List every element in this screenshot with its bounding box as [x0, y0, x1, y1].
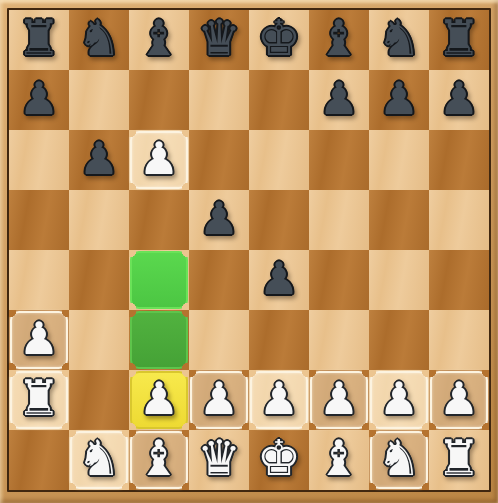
piece-black-pawn[interactable]: ♟ — [369, 70, 429, 130]
square-c1[interactable]: ♝ — [129, 430, 189, 490]
square-c7[interactable] — [129, 70, 189, 130]
square-f2[interactable]: ♟ — [309, 370, 369, 430]
piece-white-knight[interactable]: ♞ — [369, 430, 429, 490]
square-d7[interactable] — [189, 70, 249, 130]
square-c8[interactable]: ♝ — [129, 10, 189, 70]
square-h3[interactable] — [429, 310, 489, 370]
square-b3[interactable] — [69, 310, 129, 370]
piece-black-pawn[interactable]: ♟ — [429, 70, 489, 130]
piece-white-bishop[interactable]: ♝ — [129, 430, 189, 490]
piece-white-pawn[interactable]: ♟ — [429, 370, 489, 430]
square-b2[interactable] — [69, 370, 129, 430]
piece-black-king[interactable]: ♚ — [249, 10, 309, 70]
piece-black-pawn[interactable]: ♟ — [189, 190, 249, 250]
square-d4[interactable] — [189, 250, 249, 310]
square-c2[interactable]: ♟ — [129, 370, 189, 430]
piece-white-pawn[interactable]: ♟ — [189, 370, 249, 430]
square-c5[interactable] — [129, 190, 189, 250]
square-f1[interactable]: ♝ — [309, 430, 369, 490]
square-a1[interactable] — [9, 430, 69, 490]
piece-white-rook[interactable]: ♜ — [9, 370, 69, 430]
square-c3[interactable] — [129, 310, 189, 370]
piece-white-pawn[interactable]: ♟ — [249, 370, 309, 430]
square-f4[interactable] — [309, 250, 369, 310]
square-e4[interactable]: ♟ — [249, 250, 309, 310]
square-d6[interactable] — [189, 130, 249, 190]
piece-black-pawn[interactable]: ♟ — [309, 70, 369, 130]
piece-white-bishop[interactable]: ♝ — [309, 430, 369, 490]
square-g8[interactable]: ♞ — [369, 10, 429, 70]
square-f8[interactable]: ♝ — [309, 10, 369, 70]
legal-move-highlight — [130, 251, 188, 309]
square-f6[interactable] — [309, 130, 369, 190]
square-g7[interactable]: ♟ — [369, 70, 429, 130]
square-d5[interactable]: ♟ — [189, 190, 249, 250]
chess-board-frame: ♜♞♝♛♚♝♞♜♟♟♟♟♟♟♟♟♟♜♟♟♟♟♟♟♞♝♛♚♝♞♜ — [0, 0, 498, 503]
square-h8[interactable]: ♜ — [429, 10, 489, 70]
piece-black-bishop[interactable]: ♝ — [309, 10, 369, 70]
square-f3[interactable] — [309, 310, 369, 370]
square-a4[interactable] — [9, 250, 69, 310]
square-e2[interactable]: ♟ — [249, 370, 309, 430]
square-g5[interactable] — [369, 190, 429, 250]
square-a5[interactable] — [9, 190, 69, 250]
piece-white-pawn[interactable]: ♟ — [369, 370, 429, 430]
piece-black-rook[interactable]: ♜ — [9, 10, 69, 70]
square-g1[interactable]: ♞ — [369, 430, 429, 490]
square-h7[interactable]: ♟ — [429, 70, 489, 130]
piece-black-queen[interactable]: ♛ — [189, 10, 249, 70]
square-a2[interactable]: ♜ — [9, 370, 69, 430]
piece-white-rook[interactable]: ♜ — [429, 430, 489, 490]
piece-white-pawn[interactable]: ♟ — [309, 370, 369, 430]
square-b6[interactable]: ♟ — [69, 130, 129, 190]
piece-white-king[interactable]: ♚ — [249, 430, 309, 490]
square-d3[interactable] — [189, 310, 249, 370]
piece-black-knight[interactable]: ♞ — [69, 10, 129, 70]
square-e3[interactable] — [249, 310, 309, 370]
square-h1[interactable]: ♜ — [429, 430, 489, 490]
square-a6[interactable] — [9, 130, 69, 190]
square-b4[interactable] — [69, 250, 129, 310]
piece-white-queen[interactable]: ♛ — [189, 430, 249, 490]
square-e8[interactable]: ♚ — [249, 10, 309, 70]
square-g6[interactable] — [369, 130, 429, 190]
legal-move-highlight — [130, 311, 188, 369]
square-g3[interactable] — [369, 310, 429, 370]
square-d1[interactable]: ♛ — [189, 430, 249, 490]
square-a8[interactable]: ♜ — [9, 10, 69, 70]
square-c4[interactable] — [129, 250, 189, 310]
piece-black-bishop[interactable]: ♝ — [129, 10, 189, 70]
square-h5[interactable] — [429, 190, 489, 250]
piece-black-pawn[interactable]: ♟ — [9, 70, 69, 130]
square-a3[interactable]: ♟ — [9, 310, 69, 370]
square-c6[interactable]: ♟ — [129, 130, 189, 190]
square-b7[interactable] — [69, 70, 129, 130]
square-h2[interactable]: ♟ — [429, 370, 489, 430]
square-e1[interactable]: ♚ — [249, 430, 309, 490]
square-e5[interactable] — [249, 190, 309, 250]
piece-black-pawn[interactable]: ♟ — [249, 250, 309, 310]
square-f5[interactable] — [309, 190, 369, 250]
piece-black-pawn[interactable]: ♟ — [69, 130, 129, 190]
square-b5[interactable] — [69, 190, 129, 250]
square-e6[interactable] — [249, 130, 309, 190]
piece-black-rook[interactable]: ♜ — [429, 10, 489, 70]
square-e7[interactable] — [249, 70, 309, 130]
square-g4[interactable] — [369, 250, 429, 310]
square-f7[interactable]: ♟ — [309, 70, 369, 130]
piece-white-pawn[interactable]: ♟ — [129, 370, 189, 430]
piece-black-knight[interactable]: ♞ — [369, 10, 429, 70]
square-b8[interactable]: ♞ — [69, 10, 129, 70]
piece-white-knight[interactable]: ♞ — [69, 430, 129, 490]
square-h6[interactable] — [429, 130, 489, 190]
square-h4[interactable] — [429, 250, 489, 310]
piece-white-pawn[interactable]: ♟ — [9, 310, 69, 370]
chess-board: ♜♞♝♛♚♝♞♜♟♟♟♟♟♟♟♟♟♜♟♟♟♟♟♟♞♝♛♚♝♞♜ — [9, 10, 489, 490]
square-g2[interactable]: ♟ — [369, 370, 429, 430]
square-b1[interactable]: ♞ — [69, 430, 129, 490]
piece-white-pawn[interactable]: ♟ — [129, 130, 189, 190]
square-d8[interactable]: ♛ — [189, 10, 249, 70]
square-d2[interactable]: ♟ — [189, 370, 249, 430]
square-a7[interactable]: ♟ — [9, 70, 69, 130]
